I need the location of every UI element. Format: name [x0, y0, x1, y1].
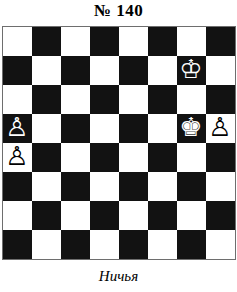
square-f2: [148, 201, 177, 230]
square-c7: [61, 56, 90, 85]
square-g6: [177, 85, 206, 114]
square-a7: [3, 56, 32, 85]
square-d1: [90, 230, 119, 259]
square-a2: [3, 201, 32, 230]
black-king: ♔: [179, 56, 202, 84]
square-g1: [177, 230, 206, 259]
square-h1: [206, 230, 235, 259]
square-h7: [206, 56, 235, 85]
square-d5: [90, 114, 119, 143]
square-e5: [119, 114, 148, 143]
square-d7: [90, 56, 119, 85]
square-e8: [119, 27, 148, 56]
square-b2: [32, 201, 61, 230]
square-c8: [61, 27, 90, 56]
square-e6: [119, 85, 148, 114]
square-f3: [148, 172, 177, 201]
square-e3: [119, 172, 148, 201]
square-g3: [177, 172, 206, 201]
square-h8: [206, 27, 235, 56]
square-c1: [61, 230, 90, 259]
square-g8: [177, 27, 206, 56]
square-e2: [119, 201, 148, 230]
square-e1: [119, 230, 148, 259]
square-h2: [206, 201, 235, 230]
square-a5: ♙: [3, 114, 32, 143]
white-pawn: ♙: [208, 114, 231, 142]
square-a1: [3, 230, 32, 259]
square-b5: [32, 114, 61, 143]
puzzle-caption: Ничья: [0, 268, 237, 285]
square-e7: [119, 56, 148, 85]
square-d8: [90, 27, 119, 56]
square-c3: [61, 172, 90, 201]
square-a3: [3, 172, 32, 201]
white-king: ♚: [179, 114, 202, 142]
square-h4: [206, 143, 235, 172]
puzzle-number: № 140: [0, 0, 237, 21]
square-g4: [177, 143, 206, 172]
square-g7: ♔: [177, 56, 206, 85]
square-b6: [32, 85, 61, 114]
square-a6: [3, 85, 32, 114]
square-h3: [206, 172, 235, 201]
white-pawn: ♙: [5, 143, 28, 171]
square-d3: [90, 172, 119, 201]
square-b8: [32, 27, 61, 56]
square-c5: [61, 114, 90, 143]
square-b7: [32, 56, 61, 85]
black-pawn: ♙: [5, 114, 28, 142]
square-h6: [206, 85, 235, 114]
square-c2: [61, 201, 90, 230]
square-d6: [90, 85, 119, 114]
square-a8: [3, 27, 32, 56]
square-h5: ♙: [206, 114, 235, 143]
square-a4: ♙: [3, 143, 32, 172]
square-e4: [119, 143, 148, 172]
square-b1: [32, 230, 61, 259]
square-c6: [61, 85, 90, 114]
square-f5: [148, 114, 177, 143]
square-b3: [32, 172, 61, 201]
square-g2: [177, 201, 206, 230]
square-c4: [61, 143, 90, 172]
square-f8: [148, 27, 177, 56]
square-g5: ♚: [177, 114, 206, 143]
square-d4: [90, 143, 119, 172]
square-f6: [148, 85, 177, 114]
square-f1: [148, 230, 177, 259]
chess-board: ♔♙♚♙♙: [2, 26, 236, 260]
square-f7: [148, 56, 177, 85]
square-b4: [32, 143, 61, 172]
square-d2: [90, 201, 119, 230]
square-f4: [148, 143, 177, 172]
